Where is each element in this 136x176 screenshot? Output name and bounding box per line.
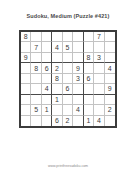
cell-r2c3 — [42, 42, 52, 52]
cell-r3c6 — [73, 53, 83, 63]
cell-r7c5 — [63, 95, 73, 105]
cell-r3c4 — [52, 53, 62, 63]
cell-r5c5 — [63, 74, 73, 84]
cell-r5c2 — [31, 74, 41, 84]
cell-r1c1: 8 — [21, 32, 31, 42]
cell-r3c5 — [63, 53, 73, 63]
cell-r1c8: 7 — [94, 32, 104, 42]
cell-r4c8 — [94, 63, 104, 73]
cell-r6c2 — [31, 84, 41, 94]
cell-r6c3: 4 — [42, 84, 52, 94]
cell-r3c2 — [31, 53, 41, 63]
cell-r1c7 — [84, 32, 94, 42]
cell-r8c3: 1 — [42, 105, 52, 115]
cell-r8c2: 5 — [31, 105, 41, 115]
footer-url: www.printfreesudoku.com — [0, 164, 136, 168]
cell-r9c4: 6 — [52, 116, 62, 126]
cell-r4c5 — [63, 63, 73, 73]
cell-r4c6: 9 — [73, 63, 83, 73]
cell-r1c6 — [73, 32, 83, 42]
cell-r9c5: 2 — [63, 116, 73, 126]
cell-r9c9 — [105, 116, 115, 126]
cell-r3c1: 9 — [21, 53, 31, 63]
cell-r7c4: 1 — [52, 95, 62, 105]
cell-r4c7 — [84, 63, 94, 73]
cell-r7c7 — [84, 95, 94, 105]
cell-r9c8: 4 — [94, 116, 104, 126]
cell-r1c2 — [31, 32, 41, 42]
cell-r9c2 — [31, 116, 41, 126]
cell-r2c5: 5 — [63, 42, 73, 52]
cell-r3c7: 8 — [84, 53, 94, 63]
cell-r8c1 — [21, 105, 31, 115]
cell-r5c6: 3 — [73, 74, 83, 84]
cell-r6c8 — [94, 84, 104, 94]
cell-r5c3 — [42, 74, 52, 84]
cell-r1c5 — [63, 32, 73, 42]
cell-r6c4 — [52, 84, 62, 94]
cell-r9c3 — [42, 116, 52, 126]
cell-r2c6 — [73, 42, 83, 52]
cell-r9c1 — [21, 116, 31, 126]
cell-r6c5: 6 — [63, 84, 73, 94]
cell-r1c4 — [52, 32, 62, 42]
sudoku-page: Sudoku, Medium (Puzzle #421) 87745983862… — [0, 0, 136, 176]
cell-r9c7: 1 — [84, 116, 94, 126]
cell-r1c3 — [42, 32, 52, 42]
cell-r6c6 — [73, 84, 83, 94]
cell-r2c4: 4 — [52, 42, 62, 52]
cell-r2c8 — [94, 42, 104, 52]
cell-r2c9 — [105, 42, 115, 52]
cell-r8c4 — [52, 105, 62, 115]
cell-r7c9 — [105, 95, 115, 105]
cell-r8c6: 4 — [73, 105, 83, 115]
cell-r2c1 — [21, 42, 31, 52]
cell-r7c2 — [31, 95, 41, 105]
cell-r5c9 — [105, 74, 115, 84]
cell-r5c8 — [94, 74, 104, 84]
sudoku-board: 8774598386294836469151426214 — [19, 30, 117, 128]
cell-r9c6 — [73, 116, 83, 126]
cell-r6c1 — [21, 84, 31, 94]
cell-r1c9 — [105, 32, 115, 42]
cell-r8c5 — [63, 105, 73, 115]
cell-r3c8: 3 — [94, 53, 104, 63]
cell-r4c4: 2 — [52, 63, 62, 73]
cell-r6c9: 9 — [105, 84, 115, 94]
cell-r4c3: 6 — [42, 63, 52, 73]
cell-r7c3 — [42, 95, 52, 105]
cell-r4c2: 8 — [31, 63, 41, 73]
cell-r8c7 — [84, 105, 94, 115]
cell-r5c7: 6 — [84, 74, 94, 84]
cell-r8c8 — [94, 105, 104, 115]
cell-r8c9: 2 — [105, 105, 115, 115]
cell-r6c7 — [84, 84, 94, 94]
cell-r5c1 — [21, 74, 31, 84]
puzzle-title: Sudoku, Medium (Puzzle #421) — [0, 13, 136, 19]
cell-r3c3 — [42, 53, 52, 63]
cell-r7c1 — [21, 95, 31, 105]
cell-r4c9: 4 — [105, 63, 115, 73]
cell-r7c6 — [73, 95, 83, 105]
cell-r2c7 — [84, 42, 94, 52]
cell-r3c9 — [105, 53, 115, 63]
cell-r7c8 — [94, 95, 104, 105]
cell-r5c4: 8 — [52, 74, 62, 84]
cell-r2c2: 7 — [31, 42, 41, 52]
cell-r4c1 — [21, 63, 31, 73]
